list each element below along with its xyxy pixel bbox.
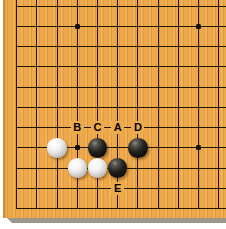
grid-line-vertical: [36, 0, 37, 209]
grid-line-horizontal: [16, 26, 226, 27]
board-left-edge-shading: [3, 0, 7, 218]
grid-line-vertical: [57, 0, 58, 209]
go-diagram: BCADE: [0, 0, 226, 229]
grid-line-vertical: [178, 0, 179, 209]
black-stone: [128, 138, 148, 158]
point-label-E[interactable]: E: [111, 182, 124, 195]
white-stone: [68, 158, 88, 178]
grid-line-horizontal: [16, 208, 226, 209]
point-label-B[interactable]: B: [71, 121, 84, 134]
board-bottom-shadow: [4, 218, 226, 223]
star-point: [196, 145, 201, 150]
grid-line-vertical: [218, 0, 219, 209]
grid-line-vertical: [137, 0, 138, 209]
grid-line-vertical: [158, 0, 159, 209]
white-stone: [88, 158, 108, 178]
grid-line-horizontal: [16, 87, 226, 88]
star-point: [75, 145, 80, 150]
black-stone: [88, 138, 108, 158]
grid-line-horizontal: [16, 46, 226, 47]
star-point: [75, 24, 80, 29]
white-stone: [47, 138, 67, 158]
grid-line-horizontal: [16, 66, 226, 67]
grid-line-vertical: [198, 0, 199, 209]
grid-line-horizontal: [16, 6, 226, 7]
point-label-C[interactable]: C: [91, 121, 104, 134]
grid-line-horizontal: [16, 107, 226, 108]
star-point: [196, 24, 201, 29]
grid-line-vertical: [16, 0, 17, 209]
point-label-D[interactable]: D: [131, 121, 144, 134]
point-label-A[interactable]: A: [111, 121, 124, 134]
